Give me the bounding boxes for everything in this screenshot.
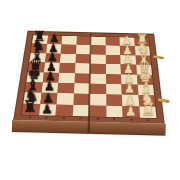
square-e7: ♟ [42, 72, 59, 82]
notation-mark [147, 119, 149, 121]
square-f6 [57, 83, 74, 94]
square-e1: ♚ [137, 74, 154, 85]
square-a1: ♜ [134, 38, 149, 47]
square-e2: ♟ [121, 74, 137, 85]
notation-mark [46, 117, 48, 119]
square-h6 [55, 104, 72, 116]
square-c2: ♟ [120, 55, 136, 65]
square-d4 [90, 64, 106, 74]
square-c1: ♝ [135, 55, 151, 65]
square-e6 [58, 73, 74, 83]
piece-black-pawn: ♟ [44, 81, 55, 93]
square-h4 [89, 105, 106, 117]
piece-white-rook: ♜ [135, 33, 148, 47]
square-g7: ♟ [40, 93, 57, 104]
rim-fold-split [88, 122, 90, 133]
notation-mark [113, 119, 115, 121]
square-h7: ♟ [39, 104, 57, 116]
square-b5 [75, 45, 90, 54]
square-h1: ♜ [139, 106, 157, 118]
square-g5 [73, 94, 90, 105]
square-c7: ♟ [45, 53, 61, 63]
square-a5 [76, 36, 91, 45]
product-photo: ♜♟♟♜♞♟♟♞♝♟♟♝♛♟♟♛♚♟♟♚♝♟♟♝♞♟♟♞♜♟♟♜ [0, 0, 180, 180]
square-h8: ♜ [22, 103, 40, 115]
square-f2: ♟ [121, 84, 138, 95]
square-e3 [105, 74, 121, 85]
square-d7: ♟ [43, 62, 59, 72]
piece-black-rook: ♜ [33, 30, 46, 44]
brass-clasp-icon [158, 98, 170, 103]
piece-black-pawn: ♟ [46, 61, 57, 73]
piece-white-pawn: ♟ [124, 73, 135, 85]
square-f3 [106, 84, 122, 95]
square-f7: ♟ [41, 82, 58, 93]
square-d8: ♛ [28, 62, 45, 72]
piece-white-king: ♚ [138, 70, 152, 85]
square-h5 [72, 105, 89, 117]
square-b6 [61, 45, 76, 54]
square-g6 [56, 93, 73, 104]
piece-black-pawn: ♟ [47, 51, 58, 63]
piece-black-pawn: ♟ [49, 33, 59, 44]
piece-black-pawn: ♟ [42, 92, 53, 105]
piece-white-pawn: ♟ [125, 105, 137, 118]
square-d5 [74, 63, 90, 73]
square-d2: ♟ [121, 64, 137, 74]
square-e4 [90, 73, 106, 84]
square-g8: ♞ [23, 92, 41, 103]
square-b8: ♞ [31, 44, 47, 53]
square-b7: ♟ [46, 44, 62, 53]
notation-mark [79, 118, 81, 120]
square-e5 [74, 73, 90, 83]
square-b3 [105, 46, 120, 55]
square-h2: ♟ [122, 106, 139, 118]
notation-mark [63, 117, 65, 119]
square-a6 [61, 36, 76, 45]
brass-clasp-icon [153, 55, 164, 59]
square-f8: ♝ [25, 82, 42, 93]
square-d6 [59, 63, 75, 73]
square-b4 [90, 45, 105, 54]
piece-white-pawn: ♟ [125, 94, 136, 107]
square-a3 [105, 37, 120, 46]
perspective-scene: ♜♟♟♜♞♟♟♞♝♟♟♝♛♟♟♛♚♟♟♚♝♟♟♝♞♟♟♞♜♟♟♜ [0, 0, 180, 180]
notation-mark [130, 119, 132, 121]
square-a2: ♟ [119, 37, 134, 46]
board-front-rim [12, 120, 166, 136]
square-f4 [90, 83, 106, 94]
piece-white-pawn: ♟ [122, 35, 132, 46]
square-c6 [60, 54, 76, 64]
square-f1: ♝ [137, 85, 154, 96]
square-d3 [105, 64, 121, 74]
square-a4 [91, 37, 106, 46]
square-g3 [106, 94, 123, 105]
square-c3 [105, 55, 120, 65]
square-e8: ♚ [26, 72, 43, 82]
square-c8: ♝ [29, 53, 45, 63]
square-a8: ♜ [32, 35, 48, 44]
piece-white-pawn: ♟ [124, 83, 135, 95]
folding-chessboard: ♜♟♟♜♞♟♟♞♝♟♟♝♛♟♟♛♚♟♟♚♝♟♟♝♞♟♟♞♜♟♟♜ [13, 31, 164, 124]
square-d1: ♛ [136, 65, 152, 75]
notation-mark [96, 118, 98, 120]
notation-mark [29, 116, 31, 118]
board-frame: ♜♟♟♜♞♟♟♞♝♟♟♝♛♟♟♛♚♟♟♚♝♟♟♝♞♟♟♞♜♟♟♜ [13, 31, 164, 124]
square-g1: ♞ [138, 95, 155, 106]
piece-black-pawn: ♟ [48, 42, 58, 54]
piece-white-pawn: ♟ [123, 53, 134, 65]
square-c4 [90, 54, 105, 64]
piece-black-knight: ♞ [25, 88, 39, 104]
square-b2: ♟ [120, 46, 135, 55]
square-g4 [89, 94, 105, 105]
square-b1: ♞ [134, 46, 150, 55]
piece-black-pawn: ♟ [41, 103, 53, 116]
square-g2: ♟ [122, 95, 139, 106]
square-h3 [106, 105, 123, 117]
square-f5 [73, 83, 89, 94]
piece-white-pawn: ♟ [122, 44, 132, 56]
square-c5 [75, 54, 90, 64]
square-a7: ♟ [47, 36, 62, 45]
